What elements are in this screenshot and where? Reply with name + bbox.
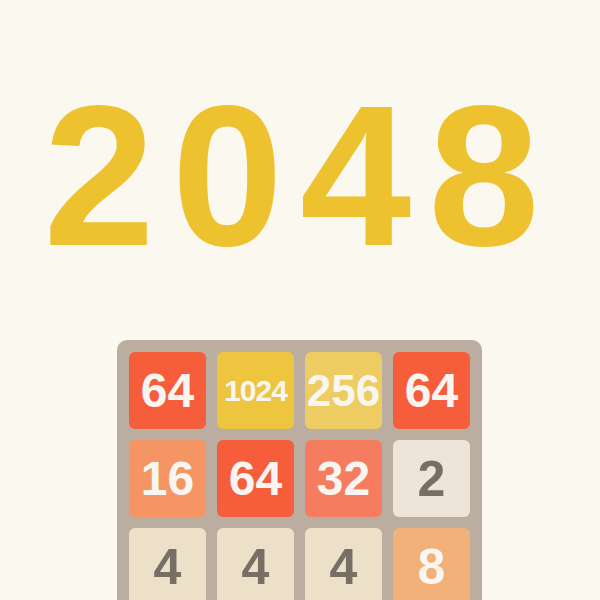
app-background: 2048 6410242566416643224448 (0, 0, 600, 600)
tile-4: 4 (305, 528, 382, 600)
tile-16: 16 (129, 440, 206, 517)
tile-64: 64 (217, 440, 294, 517)
tile-4: 4 (129, 528, 206, 600)
game-title: 2048 (0, 76, 600, 276)
tile-64: 64 (129, 352, 206, 429)
tile-32: 32 (305, 440, 382, 517)
game-board[interactable]: 6410242566416643224448 (117, 340, 482, 600)
tile-1024: 1024 (217, 352, 294, 429)
tile-2: 2 (393, 440, 470, 517)
tile-256: 256 (305, 352, 382, 429)
tile-8: 8 (393, 528, 470, 600)
tile-64: 64 (393, 352, 470, 429)
tile-4: 4 (217, 528, 294, 600)
